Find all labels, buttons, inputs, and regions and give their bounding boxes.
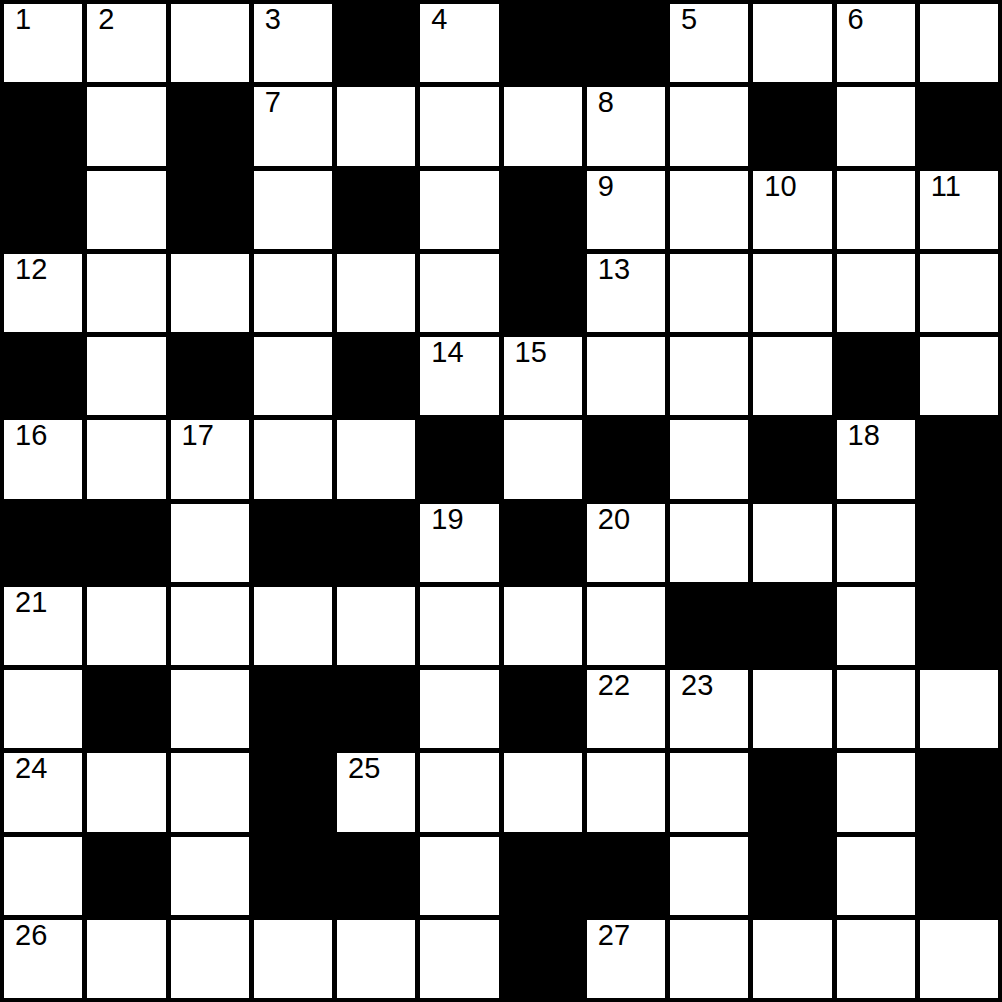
cell-r11c4[interactable] xyxy=(337,920,415,998)
cell-r2c5[interactable] xyxy=(420,171,498,249)
cell-r7c11 xyxy=(920,587,998,665)
cell-r8c1 xyxy=(87,670,165,748)
cell-r11c6 xyxy=(504,920,582,998)
cell-r7c2[interactable] xyxy=(171,587,249,665)
clue-number: 14 xyxy=(431,338,463,367)
cell-r10c9 xyxy=(753,837,831,915)
cell-r10c6 xyxy=(504,837,582,915)
cell-r0c2[interactable] xyxy=(171,4,249,82)
cell-r3c7[interactable]: 13 xyxy=(587,254,665,332)
cell-r11c0[interactable]: 26 xyxy=(4,920,82,998)
cell-r3c9[interactable] xyxy=(753,254,831,332)
cell-r9c3 xyxy=(254,753,332,831)
cell-r0c9[interactable] xyxy=(753,4,831,82)
cell-r2c2 xyxy=(171,171,249,249)
cell-r11c9[interactable] xyxy=(753,920,831,998)
cell-r0c0[interactable]: 1 xyxy=(4,4,82,82)
cell-r11c1[interactable] xyxy=(87,920,165,998)
clue-number: 5 xyxy=(681,5,697,34)
clue-number: 4 xyxy=(431,5,447,34)
cell-r1c5[interactable] xyxy=(420,87,498,165)
clue-number: 19 xyxy=(431,505,463,534)
cell-r5c8[interactable] xyxy=(670,420,748,498)
cell-r6c4 xyxy=(337,504,415,582)
cell-r11c7[interactable]: 27 xyxy=(587,920,665,998)
cell-r10c8[interactable] xyxy=(670,837,748,915)
cell-r10c2[interactable] xyxy=(171,837,249,915)
cell-r6c5[interactable]: 19 xyxy=(420,504,498,582)
cell-r9c1[interactable] xyxy=(87,753,165,831)
crossword-grid: 1234567891011121314151617181920212223242… xyxy=(0,0,1002,1002)
cell-r4c10 xyxy=(837,337,915,415)
cell-r8c3 xyxy=(254,670,332,748)
cell-r5c0[interactable]: 16 xyxy=(4,420,82,498)
clue-number: 17 xyxy=(182,421,214,450)
cell-r7c1[interactable] xyxy=(87,587,165,665)
cell-r9c2[interactable] xyxy=(171,753,249,831)
cell-r5c2[interactable]: 17 xyxy=(171,420,249,498)
cell-r4c5[interactable]: 14 xyxy=(420,337,498,415)
cell-r10c7 xyxy=(587,837,665,915)
cell-r8c9[interactable] xyxy=(753,670,831,748)
cell-r5c11 xyxy=(920,420,998,498)
cell-r4c1[interactable] xyxy=(87,337,165,415)
cell-r10c10[interactable] xyxy=(837,837,915,915)
cell-r0c10[interactable]: 6 xyxy=(837,4,915,82)
cell-r7c0[interactable]: 21 xyxy=(4,587,82,665)
cell-r0c6 xyxy=(504,4,582,82)
cell-r3c0[interactable]: 12 xyxy=(4,254,82,332)
cell-r5c6[interactable] xyxy=(504,420,582,498)
cell-r3c5[interactable] xyxy=(420,254,498,332)
cell-r8c2[interactable] xyxy=(171,670,249,748)
cell-r5c7 xyxy=(587,420,665,498)
cell-r11c5[interactable] xyxy=(420,920,498,998)
cell-r10c5[interactable] xyxy=(420,837,498,915)
cell-r2c10[interactable] xyxy=(837,171,915,249)
cell-r5c5 xyxy=(420,420,498,498)
cell-r8c0[interactable] xyxy=(4,670,82,748)
cell-r9c10[interactable] xyxy=(837,753,915,831)
cell-r3c4[interactable] xyxy=(337,254,415,332)
clue-number: 13 xyxy=(598,255,630,284)
cell-r6c7[interactable]: 20 xyxy=(587,504,665,582)
cell-r2c8[interactable] xyxy=(670,171,748,249)
cell-r1c3[interactable]: 7 xyxy=(254,87,332,165)
cell-r0c1[interactable]: 2 xyxy=(87,4,165,82)
cell-r9c11 xyxy=(920,753,998,831)
cell-r11c11[interactable] xyxy=(920,920,998,998)
cell-r7c6[interactable] xyxy=(504,587,582,665)
cell-r0c3[interactable]: 3 xyxy=(254,4,332,82)
cell-r2c1[interactable] xyxy=(87,171,165,249)
clue-number: 10 xyxy=(764,172,796,201)
clue-number: 18 xyxy=(848,421,880,450)
cell-r1c1[interactable] xyxy=(87,87,165,165)
cell-r3c1[interactable] xyxy=(87,254,165,332)
cell-r3c6 xyxy=(504,254,582,332)
cell-r7c4[interactable] xyxy=(337,587,415,665)
clue-number: 16 xyxy=(15,421,47,450)
clue-number: 11 xyxy=(931,172,961,201)
cell-r5c4[interactable] xyxy=(337,420,415,498)
cell-r9c4[interactable]: 25 xyxy=(337,753,415,831)
cell-r6c3 xyxy=(254,504,332,582)
cell-r11c2[interactable] xyxy=(171,920,249,998)
cell-r2c7[interactable]: 9 xyxy=(587,171,665,249)
cell-r4c6[interactable]: 15 xyxy=(504,337,582,415)
cell-r3c10[interactable] xyxy=(837,254,915,332)
cell-r6c8[interactable] xyxy=(670,504,748,582)
cell-r1c10[interactable] xyxy=(837,87,915,165)
cell-r4c11[interactable] xyxy=(920,337,998,415)
clue-number: 2 xyxy=(98,5,114,34)
cell-r4c7[interactable] xyxy=(587,337,665,415)
cell-r1c8[interactable] xyxy=(670,87,748,165)
cell-r0c8[interactable]: 5 xyxy=(670,4,748,82)
cell-r9c7[interactable] xyxy=(587,753,665,831)
cell-r9c0[interactable]: 24 xyxy=(4,753,82,831)
clue-number: 3 xyxy=(265,5,281,34)
cell-r3c8[interactable] xyxy=(670,254,748,332)
cell-r6c1 xyxy=(87,504,165,582)
cell-r1c9 xyxy=(753,87,831,165)
cell-r11c10[interactable] xyxy=(837,920,915,998)
cell-r0c4 xyxy=(337,4,415,82)
clue-number: 24 xyxy=(15,754,47,783)
cell-r4c3[interactable] xyxy=(254,337,332,415)
cell-r3c11[interactable] xyxy=(920,254,998,332)
clue-number: 9 xyxy=(598,172,614,201)
cell-r5c1[interactable] xyxy=(87,420,165,498)
cell-r1c0 xyxy=(4,87,82,165)
cell-r7c7[interactable] xyxy=(587,587,665,665)
clue-number: 23 xyxy=(681,671,713,700)
cell-r2c4 xyxy=(337,171,415,249)
clue-number: 6 xyxy=(848,5,864,34)
cell-r2c6 xyxy=(504,171,582,249)
cell-r2c3[interactable] xyxy=(254,171,332,249)
cell-r4c9[interactable] xyxy=(753,337,831,415)
clue-number: 12 xyxy=(15,255,47,284)
cell-r9c9 xyxy=(753,753,831,831)
cell-r4c8[interactable] xyxy=(670,337,748,415)
cell-r4c0 xyxy=(4,337,82,415)
clue-number: 8 xyxy=(598,88,614,117)
clue-number: 21 xyxy=(15,588,47,617)
cell-r5c9 xyxy=(753,420,831,498)
cell-r7c8 xyxy=(670,587,748,665)
cell-r2c11[interactable]: 11 xyxy=(920,171,998,249)
cell-r1c7[interactable]: 8 xyxy=(587,87,665,165)
cell-r7c3[interactable] xyxy=(254,587,332,665)
cell-r6c0 xyxy=(4,504,82,582)
cell-r9c5[interactable] xyxy=(420,753,498,831)
cell-r2c9[interactable]: 10 xyxy=(753,171,831,249)
cell-r10c4 xyxy=(337,837,415,915)
clue-number: 22 xyxy=(598,671,630,700)
cell-r11c8[interactable] xyxy=(670,920,748,998)
cell-r5c3[interactable] xyxy=(254,420,332,498)
cell-r9c8[interactable] xyxy=(670,753,748,831)
cell-r5c10[interactable]: 18 xyxy=(837,420,915,498)
cell-r9c6[interactable] xyxy=(504,753,582,831)
cell-r8c10[interactable] xyxy=(837,670,915,748)
cell-r6c9[interactable] xyxy=(753,504,831,582)
clue-number: 25 xyxy=(348,754,380,783)
cell-r6c10[interactable] xyxy=(837,504,915,582)
cell-r8c5[interactable] xyxy=(420,670,498,748)
cell-r3c2[interactable] xyxy=(171,254,249,332)
cell-r7c10[interactable] xyxy=(837,587,915,665)
cell-r7c9 xyxy=(753,587,831,665)
cell-r8c7[interactable]: 22 xyxy=(587,670,665,748)
cell-r1c4[interactable] xyxy=(337,87,415,165)
cell-r10c11 xyxy=(920,837,998,915)
cell-r10c0[interactable] xyxy=(4,837,82,915)
cell-r8c4 xyxy=(337,670,415,748)
cell-r1c6[interactable] xyxy=(504,87,582,165)
cell-r4c2 xyxy=(171,337,249,415)
cell-r8c6 xyxy=(504,670,582,748)
cell-r11c3[interactable] xyxy=(254,920,332,998)
clue-number: 27 xyxy=(598,921,630,950)
cell-r6c2[interactable] xyxy=(171,504,249,582)
cell-r2c0 xyxy=(4,171,82,249)
cell-r10c3 xyxy=(254,837,332,915)
cell-r1c11 xyxy=(920,87,998,165)
cell-r8c8[interactable]: 23 xyxy=(670,670,748,748)
clue-number: 7 xyxy=(265,88,281,117)
cell-r3c3[interactable] xyxy=(254,254,332,332)
cell-r6c6 xyxy=(504,504,582,582)
cell-r8c11[interactable] xyxy=(920,670,998,748)
cell-r0c11[interactable] xyxy=(920,4,998,82)
clue-number: 26 xyxy=(15,921,47,950)
clue-number: 15 xyxy=(515,338,547,367)
cell-r0c7 xyxy=(587,4,665,82)
cell-r1c2 xyxy=(171,87,249,165)
cell-r0c5[interactable]: 4 xyxy=(420,4,498,82)
cell-r7c5[interactable] xyxy=(420,587,498,665)
cell-r4c4 xyxy=(337,337,415,415)
cell-r10c1 xyxy=(87,837,165,915)
cell-r6c11 xyxy=(920,504,998,582)
clue-number: 1 xyxy=(15,5,31,34)
clue-number: 20 xyxy=(598,505,630,534)
